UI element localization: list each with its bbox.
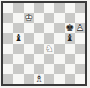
square-f7[interactable] [54,13,64,23]
chess-diagram: ♚♔♚♟♙♝♝♞♘♝♗ [0,0,90,88]
square-g1[interactable] [65,74,75,84]
square-c3[interactable] [24,54,34,64]
square-a5[interactable] [3,33,13,43]
square-f1[interactable] [54,74,64,84]
square-f8[interactable] [54,3,64,13]
square-e7[interactable] [44,13,54,23]
square-a7[interactable] [3,13,13,23]
square-b6[interactable] [13,23,23,33]
square-e6[interactable] [44,23,54,33]
square-a8[interactable] [3,3,13,13]
square-e3[interactable] [44,54,54,64]
square-f5[interactable] [54,33,64,43]
square-d6[interactable] [34,23,44,33]
square-a2[interactable] [3,64,13,74]
white-pawn: ♙ [75,23,85,33]
white-king-fill: ♚ [24,13,34,23]
square-b3[interactable] [13,54,23,64]
square-d7[interactable] [34,13,44,23]
square-g8[interactable] [65,3,75,13]
square-e5[interactable] [44,33,54,43]
square-h1[interactable] [75,74,85,84]
square-b2[interactable] [13,64,23,74]
square-f4[interactable] [54,44,64,54]
square-h2[interactable] [75,64,85,74]
square-b1[interactable] [13,74,23,84]
square-g3[interactable] [65,54,75,64]
square-d5[interactable] [34,33,44,43]
square-d2[interactable] [34,64,44,74]
chess-board: ♚♔♚♟♙♝♝♞♘♝♗ [1,1,87,86]
square-e1[interactable] [44,74,54,84]
square-c8[interactable] [24,3,34,13]
white-bishop: ♗ [34,74,44,84]
white-pawn-fill: ♟ [75,23,85,33]
square-d4[interactable] [34,44,44,54]
square-e8[interactable] [44,3,54,13]
white-knight-fill: ♞ [44,44,54,54]
square-a1[interactable] [3,74,13,84]
square-a3[interactable] [3,54,13,64]
square-b8[interactable] [13,3,23,13]
square-c5[interactable] [24,33,34,43]
square-g2[interactable] [65,64,75,74]
black-bishop: ♝ [65,33,75,43]
square-f3[interactable] [54,54,64,64]
square-c7[interactable]: ♚♔ [24,13,34,23]
square-d8[interactable] [34,3,44,13]
square-a4[interactable] [3,44,13,54]
square-h7[interactable] [75,13,85,23]
square-f2[interactable] [54,64,64,74]
square-h4[interactable] [75,44,85,54]
square-b5[interactable]: ♝ [13,33,23,43]
square-g6[interactable]: ♚ [65,23,75,33]
square-f6[interactable] [54,23,64,33]
square-h6[interactable]: ♟♙ [75,23,85,33]
square-h8[interactable] [75,3,85,13]
white-knight: ♘ [44,44,54,54]
square-g5[interactable]: ♝ [65,33,75,43]
white-king: ♔ [24,13,34,23]
square-e2[interactable] [44,64,54,74]
square-h3[interactable] [75,54,85,64]
black-bishop: ♝ [13,33,23,43]
square-d3[interactable] [34,54,44,64]
square-c4[interactable] [24,44,34,54]
square-g7[interactable] [65,13,75,23]
square-c1[interactable] [24,74,34,84]
square-c6[interactable] [24,23,34,33]
square-b7[interactable] [13,13,23,23]
white-bishop-fill: ♝ [34,74,44,84]
black-king: ♚ [65,23,75,33]
square-c2[interactable] [24,64,34,74]
square-g4[interactable] [65,44,75,54]
square-e4[interactable]: ♞♘ [44,44,54,54]
square-h5[interactable] [75,33,85,43]
square-d1[interactable]: ♝♗ [34,74,44,84]
square-b4[interactable] [13,44,23,54]
square-a6[interactable] [3,23,13,33]
